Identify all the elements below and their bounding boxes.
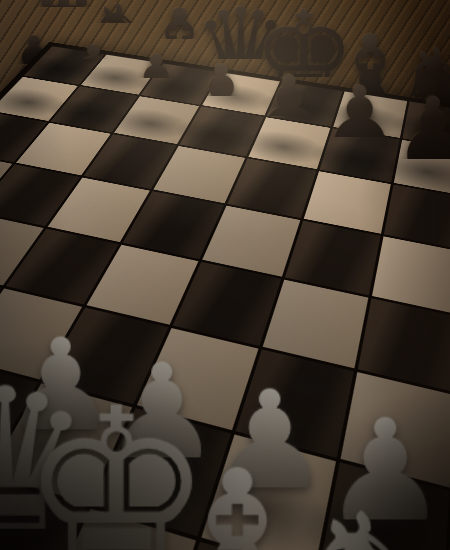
white-rook-icon: ♜ <box>424 541 450 550</box>
photo-stage: ♜♞♝♛♚♝♞♜♟♟♟♟♟♟♟♟♟♟♟♟♟♟♟♟♜♞♝♛♚♝♞♜ <box>0 0 450 550</box>
chess-board[interactable]: ♜♞♝♛♚♝♞♜♟♟♟♟♟♟♟♟♟♟♟♟♟♟♟♟♜♞♝♛♚♝♞♜ <box>0 42 450 550</box>
chessboard-scene: ♜♞♝♛♚♝♞♜♟♟♟♟♟♟♟♟♟♟♟♟♟♟♟♟♜♞♝♛♚♝♞♜ <box>0 0 450 550</box>
white-rook[interactable]: ♜ <box>341 369 450 550</box>
